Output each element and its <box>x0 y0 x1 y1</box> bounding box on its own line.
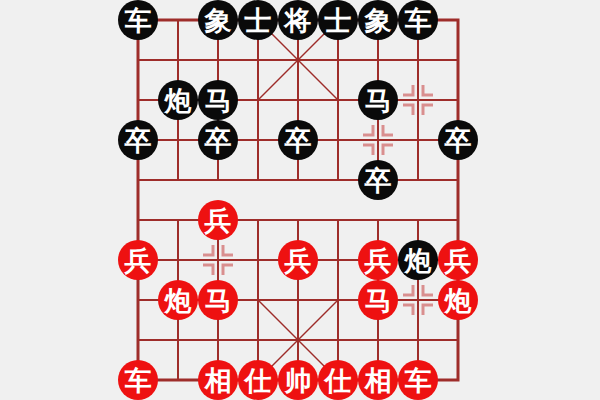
piece-black-soldier[interactable]: 卒 <box>118 120 158 160</box>
piece-black-soldier[interactable]: 卒 <box>278 120 318 160</box>
piece-black-elephant[interactable]: 象 <box>198 0 238 40</box>
piece-black-chariot[interactable]: 车 <box>118 0 158 40</box>
piece-black-horse[interactable]: 马 <box>358 80 398 120</box>
piece-red-elephant[interactable]: 相 <box>198 360 238 400</box>
board-grid <box>0 0 600 400</box>
piece-red-advisor[interactable]: 仕 <box>238 360 278 400</box>
piece-red-soldier[interactable]: 兵 <box>438 240 478 280</box>
piece-red-advisor[interactable]: 仕 <box>318 360 358 400</box>
piece-red-soldier[interactable]: 兵 <box>358 240 398 280</box>
piece-black-chariot[interactable]: 车 <box>398 0 438 40</box>
piece-black-cannon[interactable]: 炮 <box>158 80 198 120</box>
piece-black-advisor[interactable]: 士 <box>318 0 358 40</box>
piece-red-horse[interactable]: 马 <box>358 280 398 320</box>
piece-red-chariot[interactable]: 车 <box>118 360 158 400</box>
piece-black-soldier[interactable]: 卒 <box>198 120 238 160</box>
piece-black-advisor[interactable]: 士 <box>238 0 278 40</box>
piece-black-soldier[interactable]: 卒 <box>358 160 398 200</box>
piece-black-elephant[interactable]: 象 <box>358 0 398 40</box>
piece-red-soldier[interactable]: 兵 <box>278 240 318 280</box>
piece-red-soldier[interactable]: 兵 <box>198 200 238 240</box>
piece-red-elephant[interactable]: 相 <box>358 360 398 400</box>
xiangqi-board: 车象士将士象车炮马马卒卒卒卒卒炮兵兵兵兵兵炮马马炮车相仕帅仕相车 <box>0 0 600 400</box>
piece-black-soldier[interactable]: 卒 <box>438 120 478 160</box>
piece-red-cannon[interactable]: 炮 <box>158 280 198 320</box>
piece-black-general[interactable]: 将 <box>278 0 318 40</box>
piece-red-general[interactable]: 帅 <box>278 360 318 400</box>
piece-black-horse[interactable]: 马 <box>198 80 238 120</box>
piece-red-horse[interactable]: 马 <box>198 280 238 320</box>
piece-black-cannon[interactable]: 炮 <box>398 240 438 280</box>
piece-red-cannon[interactable]: 炮 <box>438 280 478 320</box>
piece-red-soldier[interactable]: 兵 <box>118 240 158 280</box>
piece-red-chariot[interactable]: 车 <box>398 360 438 400</box>
